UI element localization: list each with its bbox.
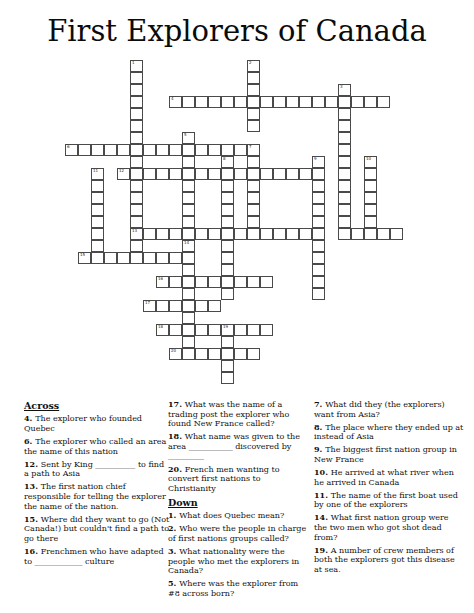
clue-number: 15. [24, 514, 41, 524]
grid-cell[interactable] [221, 168, 234, 180]
grid-cell[interactable] [182, 288, 195, 300]
cell-number: 15 [80, 252, 85, 257]
clue-item: 11. The name of the first boat used by o… [314, 491, 464, 510]
cell-number: 11 [93, 168, 98, 173]
clue-text: Where did they want to go (Not Canada!) … [24, 515, 169, 543]
grid-cell[interactable] [312, 264, 325, 276]
grid-cell[interactable] [221, 336, 234, 348]
grid-cell[interactable] [143, 252, 156, 264]
cell-number: 19 [223, 324, 228, 329]
grid-cell[interactable] [208, 144, 221, 156]
grid-cell[interactable] [130, 144, 143, 156]
grid-cell[interactable] [182, 192, 195, 204]
grid-cell[interactable]: 20 [169, 348, 182, 360]
grid-cell[interactable] [338, 228, 351, 240]
grid-cell[interactable] [351, 228, 364, 240]
grid-cell[interactable] [156, 300, 169, 312]
grid-cell[interactable] [91, 180, 104, 192]
grid-cell[interactable] [169, 324, 182, 336]
grid-cell[interactable] [104, 252, 117, 264]
grid-cell[interactable] [221, 228, 234, 240]
grid-cell[interactable] [182, 144, 195, 156]
down-header: Down [168, 497, 310, 508]
cell-number: 2 [249, 60, 252, 65]
grid-cell[interactable] [195, 324, 208, 336]
grid-cell[interactable] [169, 300, 182, 312]
grid-cell[interactable] [130, 204, 143, 216]
grid-cell[interactable] [247, 348, 260, 360]
grid-cell[interactable] [91, 144, 104, 156]
grid-cell[interactable]: 17 [143, 300, 156, 312]
grid-cell[interactable] [143, 228, 156, 240]
grid-cell[interactable] [130, 168, 143, 180]
grid-cell[interactable] [247, 72, 260, 84]
clue-item: 15. Where did they want to go (Not Canad… [24, 515, 170, 544]
grid-cell[interactable] [338, 204, 351, 216]
grid-cell[interactable] [221, 348, 234, 360]
grid-cell[interactable] [182, 204, 195, 216]
grid-cell[interactable] [130, 192, 143, 204]
clue-item: 20. French men wanting to convert first … [168, 465, 310, 494]
grid-cell[interactable] [312, 204, 325, 216]
grid-cell[interactable] [221, 288, 234, 300]
grid-cell[interactable] [273, 168, 286, 180]
crossword-page: First Explorers of Canada 46121315161718… [0, 0, 474, 613]
grid-cell[interactable] [364, 168, 377, 180]
grid-cell[interactable] [130, 252, 143, 264]
clue-item: 5. Where was the explorer from #8 across… [168, 579, 310, 598]
grid-cell[interactable] [182, 348, 195, 360]
grid-cell[interactable] [234, 96, 247, 108]
grid-cell[interactable] [91, 204, 104, 216]
grid-cell[interactable] [247, 108, 260, 120]
grid-cell[interactable] [377, 96, 390, 108]
grid-cell[interactable] [104, 144, 117, 156]
grid-cell[interactable] [234, 276, 247, 288]
grid-cell[interactable] [364, 216, 377, 228]
cell-number: 14 [184, 240, 189, 245]
grid-cell[interactable] [338, 120, 351, 132]
clue-number: 20. [168, 464, 185, 474]
clue-item: 8. The place where they ended up at inst… [314, 423, 464, 442]
grid-cell[interactable] [130, 216, 143, 228]
clue-text: What nationality were the people who met… [168, 547, 299, 575]
grid-cell[interactable] [130, 240, 143, 252]
clue-item: 18. What name was given to the area ____… [168, 432, 310, 461]
grid-cell[interactable] [325, 96, 338, 108]
grid-cell[interactable] [260, 96, 273, 108]
grid-cell[interactable] [351, 96, 364, 108]
clue-text: What was the name of a trading post the … [168, 400, 289, 428]
grid-cell[interactable] [312, 288, 325, 300]
grid-cell[interactable] [169, 228, 182, 240]
grid-cell[interactable] [208, 276, 221, 288]
grid-cell[interactable] [273, 96, 286, 108]
clue-number: 9. [314, 444, 325, 454]
cell-number: 8 [223, 156, 226, 161]
grid-cell[interactable]: 6 [65, 144, 78, 156]
clue-text: The explorer who founded Quebec [24, 414, 142, 433]
grid-cell[interactable] [221, 276, 234, 288]
grid-cell[interactable] [312, 252, 325, 264]
grid-cell[interactable] [169, 276, 182, 288]
grid-cell[interactable] [182, 264, 195, 276]
clue-text: Sent by King __________ to find a path t… [24, 460, 164, 479]
grid-cell[interactable] [182, 300, 195, 312]
grid-cell[interactable] [338, 180, 351, 192]
grid-cell[interactable] [247, 276, 260, 288]
cell-number: 7 [249, 144, 252, 149]
grid-cell[interactable] [117, 252, 130, 264]
grid-cell[interactable] [338, 96, 351, 108]
clue-text: The name of the first boat used by one o… [314, 491, 458, 510]
clue-item: 19. A number of crew members of both the… [314, 546, 464, 575]
grid-cell[interactable] [130, 180, 143, 192]
cell-number: 1 [132, 60, 135, 65]
clue-item: 2. Who were the people in charge of firs… [168, 524, 310, 543]
grid-cell[interactable] [182, 276, 195, 288]
clue-text: What name was given to the area ________… [168, 432, 300, 460]
clue-number: 6. [24, 436, 35, 446]
cell-number: 10 [366, 156, 371, 161]
clue-number: 14. [314, 512, 331, 522]
clue-column-right: 7. What did they (the explorers) want fr… [314, 400, 464, 578]
grid-cell[interactable] [312, 216, 325, 228]
clue-number: 19. [314, 545, 331, 555]
cell-number: 9 [314, 156, 317, 161]
grid-cell[interactable] [221, 216, 234, 228]
grid-cell[interactable] [338, 144, 351, 156]
grid-cell[interactable] [338, 192, 351, 204]
grid-cell[interactable] [169, 252, 182, 264]
clue-text: The biggest first nation group in New Fr… [314, 445, 457, 464]
grid-cell[interactable] [221, 264, 234, 276]
grid-cell[interactable] [91, 228, 104, 240]
grid-cell[interactable] [208, 324, 221, 336]
clue-text: What did they (the explorers) want from … [314, 400, 445, 419]
grid-cell[interactable]: 2 [247, 60, 260, 72]
grid-cell[interactable] [130, 72, 143, 84]
grid-cell[interactable] [247, 96, 260, 108]
grid-cell[interactable] [130, 132, 143, 144]
grid-cell[interactable] [130, 108, 143, 120]
grid-cell[interactable]: 4 [169, 96, 182, 108]
grid-cell[interactable] [299, 168, 312, 180]
grid-cell[interactable] [221, 96, 234, 108]
grid-cell[interactable] [221, 180, 234, 192]
grid-cell[interactable] [260, 168, 273, 180]
grid-cell[interactable] [221, 240, 234, 252]
clue-number: 13. [24, 481, 41, 491]
clue-text: The first nation chief responsible for t… [24, 482, 166, 510]
grid-cell[interactable] [91, 252, 104, 264]
clue-number: 12. [24, 459, 41, 469]
page-title: First Explorers of Canada [0, 14, 474, 48]
grid-cell[interactable] [182, 252, 195, 264]
grid-cell[interactable] [195, 144, 208, 156]
grid-cell[interactable] [156, 168, 169, 180]
grid-cell[interactable] [208, 300, 221, 312]
across-header: Across [24, 400, 170, 411]
cell-number: 18 [158, 324, 163, 329]
grid-cell[interactable] [221, 204, 234, 216]
grid-cell[interactable] [260, 276, 273, 288]
grid-cell[interactable] [208, 228, 221, 240]
grid-cell[interactable] [195, 300, 208, 312]
clue-item: 13. The first nation chief responsible f… [24, 482, 170, 511]
grid-cell[interactable]: 15 [78, 252, 91, 264]
grid-cell[interactable] [130, 120, 143, 132]
grid-cell[interactable] [143, 144, 156, 156]
grid-cell[interactable] [195, 168, 208, 180]
grid-cell[interactable] [130, 156, 143, 168]
grid-cell[interactable] [91, 240, 104, 252]
grid-cell[interactable]: 10 [364, 156, 377, 168]
grid-cell[interactable] [130, 96, 143, 108]
grid-cell[interactable] [156, 228, 169, 240]
grid-cell[interactable]: 9 [312, 156, 325, 168]
grid-cell[interactable] [182, 228, 195, 240]
grid-cell[interactable]: 3 [338, 84, 351, 96]
grid-cell[interactable] [182, 324, 195, 336]
grid-cell[interactable]: 7 [247, 144, 260, 156]
grid-cell[interactable] [91, 192, 104, 204]
cell-number: 3 [340, 84, 343, 89]
grid-cell[interactable] [247, 84, 260, 96]
grid-cell[interactable] [78, 144, 91, 156]
grid-cell[interactable]: 14 [182, 240, 195, 252]
clue-text: A number of crew members of both the exp… [314, 546, 455, 574]
clue-number: 10. [314, 467, 331, 477]
grid-cell[interactable]: 8 [221, 156, 234, 168]
clue-number: 3. [168, 546, 179, 556]
grid-cell[interactable] [364, 180, 377, 192]
grid-cell[interactable] [286, 168, 299, 180]
clue-text: Where was the explorer from #8 across bo… [168, 579, 298, 598]
grid-cell[interactable] [247, 120, 260, 132]
cell-number: 5 [184, 132, 187, 137]
grid-cell[interactable] [390, 228, 403, 240]
clue-column-middle: 17. What was the name of a trading post … [168, 400, 310, 602]
grid-cell[interactable] [247, 324, 260, 336]
grid-cell[interactable] [364, 96, 377, 108]
grid-cell[interactable]: 13 [130, 228, 143, 240]
grid-cell[interactable] [299, 228, 312, 240]
grid-cell[interactable] [364, 192, 377, 204]
clue-item: 9. The biggest first nation group in New… [314, 445, 464, 464]
clue-item: 10. He arrived at what river when he arr… [314, 468, 464, 487]
cell-number: 4 [171, 96, 174, 101]
grid-cell[interactable] [130, 84, 143, 96]
grid-cell[interactable]: 16 [156, 276, 169, 288]
grid-cell[interactable] [299, 96, 312, 108]
grid-cell[interactable] [208, 348, 221, 360]
grid-cell[interactable] [273, 228, 286, 240]
grid-cell[interactable] [312, 180, 325, 192]
grid-cell[interactable] [221, 192, 234, 204]
cell-number: 17 [145, 300, 150, 305]
grid-cell[interactable] [234, 228, 247, 240]
grid-cell[interactable] [312, 192, 325, 204]
cell-number: 6 [67, 144, 70, 149]
clue-text: What first nation group were the two men… [314, 513, 449, 541]
clue-text: Who were the people in charge of first n… [168, 524, 306, 543]
grid-cell[interactable] [338, 168, 351, 180]
grid-cell[interactable] [234, 168, 247, 180]
clue-column-left: Across 4. The explorer who founded Quebe… [24, 400, 170, 570]
clue-item: 14. What first nation group were the two… [314, 513, 464, 542]
clue-item: 7. What did they (the explorers) want fr… [314, 400, 464, 419]
grid-cell[interactable] [338, 132, 351, 144]
grid-cell[interactable] [312, 228, 325, 240]
grid-cell[interactable] [364, 228, 377, 240]
grid-cell[interactable] [312, 276, 325, 288]
cell-number: 13 [132, 228, 137, 233]
clue-number: 17. [168, 399, 185, 409]
clue-number: 8. [314, 422, 325, 432]
grid-cell[interactable] [338, 108, 351, 120]
clue-item: 1. What does Quebec mean? [168, 511, 310, 521]
grid-cell[interactable] [234, 324, 247, 336]
grid-cell[interactable] [221, 252, 234, 264]
clue-number: 4. [24, 413, 35, 423]
grid-cell[interactable] [182, 336, 195, 348]
grid-cell[interactable] [182, 156, 195, 168]
clue-item: 3. What nationality were the people who … [168, 547, 310, 576]
cell-number: 16 [158, 276, 163, 281]
grid-cell[interactable] [208, 96, 221, 108]
clue-text: The explorer who called an area the name… [24, 437, 166, 456]
clue-number: 1. [168, 510, 179, 520]
grid-cell[interactable] [143, 168, 156, 180]
grid-cell[interactable] [312, 96, 325, 108]
grid-cell[interactable] [377, 228, 390, 240]
grid-cell[interactable] [91, 216, 104, 228]
clue-item: 4. The explorer who founded Quebec [24, 414, 170, 433]
grid-cell[interactable] [234, 144, 247, 156]
grid-cell[interactable] [195, 228, 208, 240]
grid-cell[interactable]: 19 [221, 324, 234, 336]
cell-number: 12 [119, 168, 124, 173]
clue-text: What does Quebec mean? [179, 511, 284, 520]
clue-number: 2. [168, 523, 179, 533]
grid-cell[interactable] [247, 192, 260, 204]
grid-cell[interactable] [182, 96, 195, 108]
grid-cell[interactable] [117, 144, 130, 156]
grid-cell[interactable] [169, 144, 182, 156]
grid-cell[interactable] [247, 156, 260, 168]
clue-number: 5. [168, 578, 179, 588]
cell-number: 20 [171, 348, 176, 353]
clue-number: 7. [314, 399, 325, 409]
grid-cell[interactable] [208, 168, 221, 180]
grid-cell[interactable] [182, 312, 195, 324]
grid-cell[interactable] [195, 276, 208, 288]
grid-cell[interactable] [286, 228, 299, 240]
grid-cell[interactable] [247, 216, 260, 228]
grid-cell[interactable] [182, 168, 195, 180]
grid-cell[interactable] [221, 372, 234, 384]
grid-cell[interactable] [182, 180, 195, 192]
grid-cell[interactable] [312, 240, 325, 252]
grid-cell[interactable] [247, 204, 260, 216]
grid-cell[interactable] [247, 228, 260, 240]
grid-cell[interactable] [156, 144, 169, 156]
clue-number: 11. [314, 490, 331, 500]
clue-item: 12. Sent by King __________ to find a pa… [24, 460, 170, 479]
grid-cell[interactable] [260, 228, 273, 240]
grid-cell[interactable] [338, 216, 351, 228]
clue-number: 18. [168, 431, 185, 441]
grid-cell[interactable]: 18 [156, 324, 169, 336]
clue-text: He arrived at what river when he arrived… [314, 468, 454, 487]
grid-cell[interactable] [182, 216, 195, 228]
grid-cell[interactable] [247, 180, 260, 192]
grid-cell[interactable] [195, 348, 208, 360]
grid-cell[interactable] [338, 156, 351, 168]
grid-cell[interactable] [364, 204, 377, 216]
clue-number: 16. [24, 546, 41, 556]
grid-cell[interactable] [286, 96, 299, 108]
grid-cell[interactable] [312, 168, 325, 180]
grid-cell[interactable] [195, 96, 208, 108]
grid-cell[interactable] [260, 324, 273, 336]
grid-cell[interactable]: 11 [91, 168, 104, 180]
clue-item: 17. What was the name of a trading post … [168, 400, 310, 429]
grid-cell[interactable] [169, 168, 182, 180]
grid-cell[interactable] [156, 252, 169, 264]
grid-cell[interactable] [234, 348, 247, 360]
clue-item: 6. The explorer who called an area the n… [24, 437, 170, 456]
grid-cell[interactable] [247, 168, 260, 180]
grid-cell[interactable]: 5 [182, 132, 195, 144]
grid-cell[interactable]: 1 [130, 60, 143, 72]
grid-cell[interactable]: 12 [117, 168, 130, 180]
clue-item: 16. Frenchmen who have adapted to ______… [24, 547, 170, 566]
clue-text: Frenchmen who have adapted to __________… [24, 547, 164, 566]
grid-cell[interactable] [221, 360, 234, 372]
clue-text: French men wanting to convert first nati… [168, 465, 280, 493]
crossword-grid: 4612131516171819201235789101114 [65, 60, 405, 386]
grid-cell[interactable] [221, 144, 234, 156]
clue-text: The place where they ended up at instead… [314, 423, 463, 442]
